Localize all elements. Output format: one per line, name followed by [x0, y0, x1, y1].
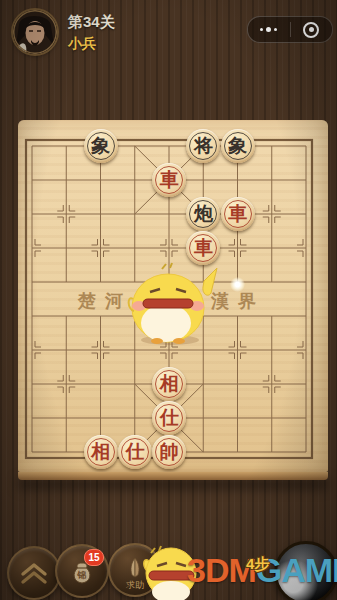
- piece-glyph: 仕: [160, 408, 179, 427]
- piece-black-象[interactable]: 象: [221, 129, 255, 163]
- more-dots-icon: [260, 28, 263, 31]
- piece-red-車[interactable]: 車: [221, 197, 255, 231]
- piece-glyph: 車: [228, 204, 247, 223]
- piece-black-炮[interactable]: 炮: [186, 197, 220, 231]
- piece-red-車[interactable]: 車: [152, 163, 186, 197]
- piece-glyph: 象: [228, 136, 247, 155]
- board-front-edge: [18, 472, 328, 480]
- piece-glyph: 帥: [160, 442, 179, 461]
- exit-button[interactable]: [291, 17, 333, 42]
- piece-glyph: 相: [160, 374, 179, 393]
- level-subtitle: 小兵: [68, 35, 96, 53]
- piece-red-仕[interactable]: 仕: [152, 401, 186, 435]
- piece-black-象[interactable]: 象: [84, 129, 118, 163]
- bag-char: 锦: [77, 570, 87, 580]
- hint-count-badge: 15: [84, 549, 104, 566]
- piece-black-将[interactable]: 将: [186, 129, 220, 163]
- app-screen: 第34关 小兵 楚河 漢界: [0, 0, 337, 600]
- piece-glyph: 仕: [125, 442, 144, 461]
- piece-glyph: 車: [160, 170, 179, 189]
- collapse-menu-button[interactable]: [7, 546, 61, 600]
- chick-mascot: [124, 261, 220, 347]
- piece-glyph: 将: [194, 136, 213, 155]
- double-chevron-up-icon: [19, 561, 49, 585]
- avatar-portrait-icon: [13, 10, 57, 54]
- piece-red-車[interactable]: 車: [186, 231, 220, 265]
- piece-red-仕[interactable]: 仕: [118, 435, 152, 469]
- wechat-capsule: [247, 16, 333, 43]
- piece-glyph: 炮: [194, 204, 213, 223]
- piece-glyph: 車: [194, 238, 213, 257]
- piece-glyph: 象: [91, 136, 110, 155]
- player-avatar[interactable]: [13, 10, 57, 54]
- close-circle-icon: [303, 22, 319, 38]
- level-title: 第34关: [68, 13, 115, 32]
- piece-red-相[interactable]: 相: [152, 367, 186, 401]
- xiangqi-board[interactable]: 楚河 漢界 象将象車炮車車相仕相仕帥: [18, 120, 328, 472]
- steps-counter: 4步: [246, 555, 269, 574]
- piece-red-相[interactable]: 相: [84, 435, 118, 469]
- piece-glyph: 相: [91, 442, 110, 461]
- piece-red-帥[interactable]: 帥: [152, 435, 186, 469]
- more-options-button[interactable]: [248, 17, 290, 42]
